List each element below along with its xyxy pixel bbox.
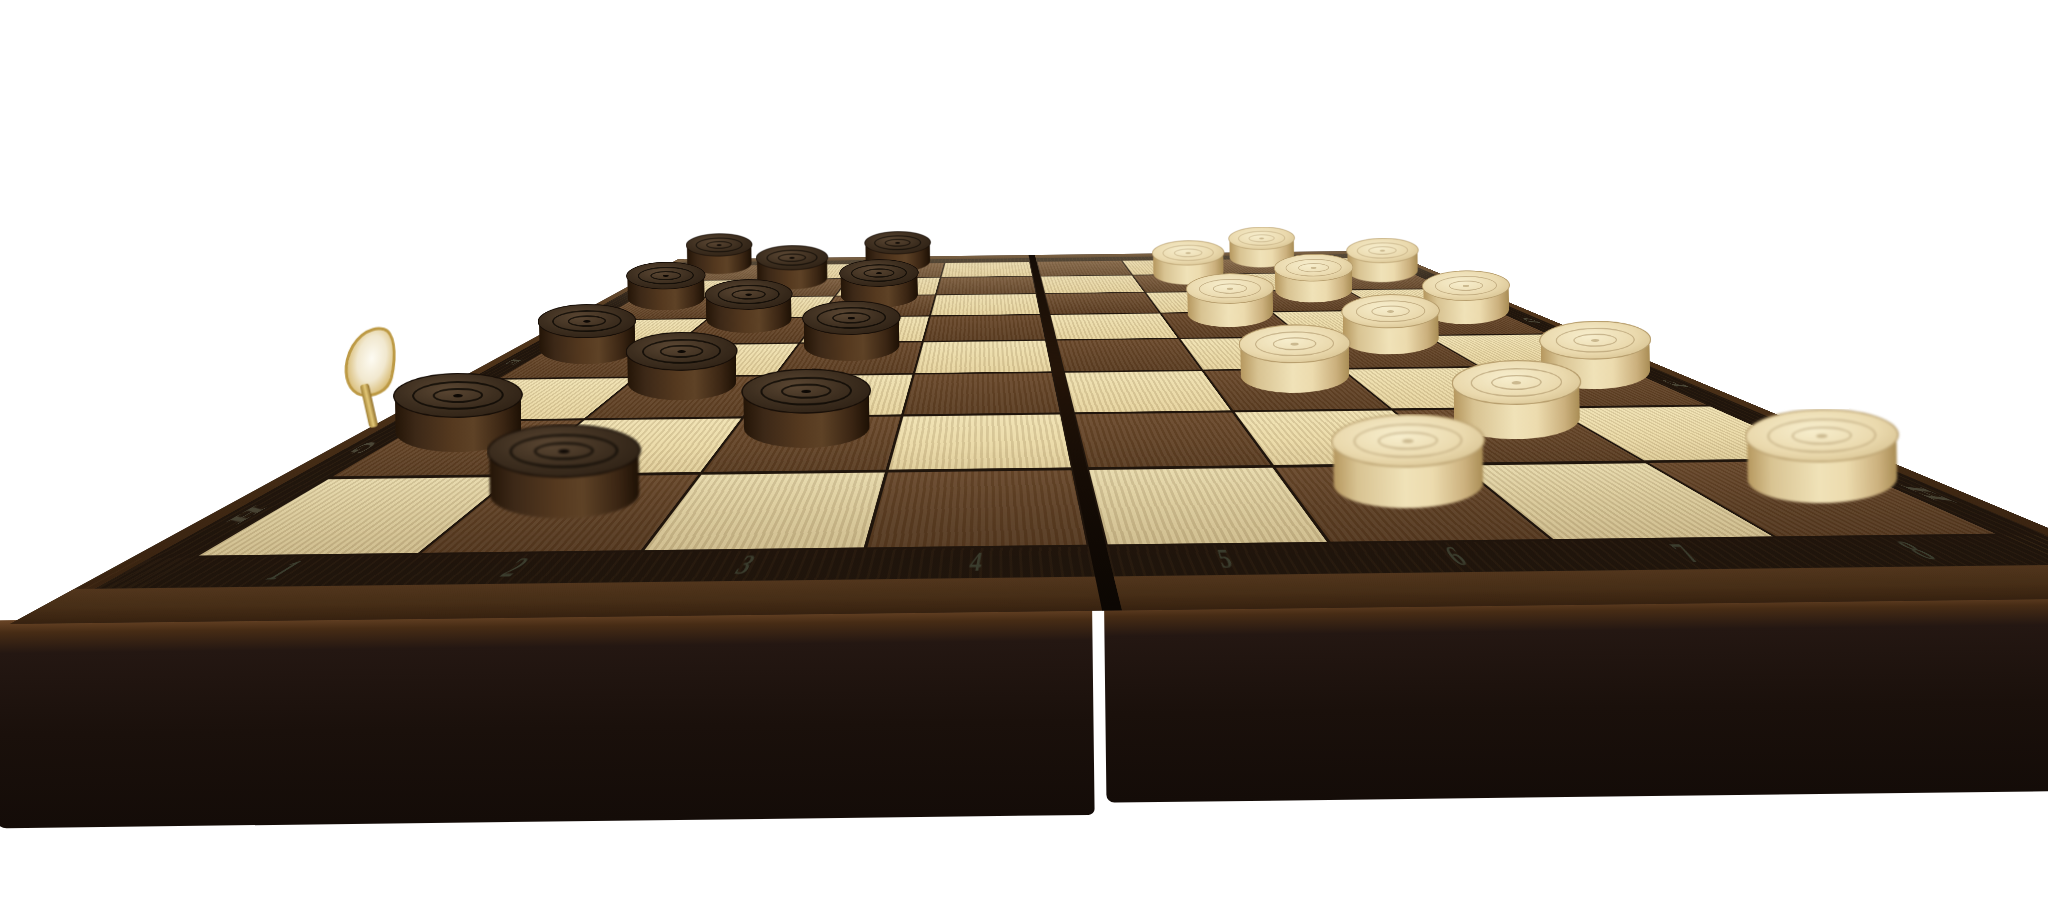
- wood-grain: [867, 470, 1086, 547]
- center-nub: [583, 320, 591, 323]
- board-square[interactable]: [1123, 260, 1224, 275]
- board-square[interactable]: [736, 279, 848, 297]
- wood-grain: [904, 373, 1060, 415]
- wood-grain: [1123, 260, 1224, 275]
- wood-grain: [777, 342, 922, 375]
- wood-grain: [1133, 274, 1244, 292]
- wood-grain: [849, 263, 944, 278]
- board-square[interactable]: [937, 277, 1036, 295]
- wood-grain: [1041, 275, 1144, 293]
- wood-grain: [937, 277, 1036, 295]
- board-square[interactable]: [820, 295, 935, 316]
- wood-grain: [1045, 293, 1159, 314]
- wood-grain: [836, 278, 940, 296]
- wood-grain: [924, 315, 1045, 341]
- wood-grain: [915, 341, 1051, 373]
- board-square[interactable]: [757, 264, 859, 279]
- board-square[interactable]: [942, 262, 1033, 277]
- board-square[interactable]: [924, 315, 1045, 341]
- center-nub: [1185, 252, 1191, 254]
- wood-grain: [820, 295, 935, 316]
- wood-grain: [736, 279, 848, 297]
- wood-grain: [745, 375, 912, 417]
- wood-grain: [801, 316, 929, 342]
- board-square[interactable]: [849, 263, 944, 278]
- board-square[interactable]: [745, 375, 912, 417]
- board-square[interactable]: [889, 414, 1071, 469]
- board-square[interactable]: [801, 316, 929, 342]
- clasp: [342, 325, 395, 426]
- board-square[interactable]: [1051, 314, 1178, 340]
- center-nub: [895, 242, 900, 244]
- board-square[interactable]: [867, 470, 1086, 547]
- center-nub: [1462, 285, 1469, 288]
- wood-grain: [1037, 261, 1131, 276]
- board-photo: AABBCCDDEEFFGGHH12345678: [0, 0, 2048, 922]
- wood-grain: [1065, 371, 1231, 412]
- center-nub: [1259, 237, 1264, 239]
- wood-grain: [931, 294, 1040, 315]
- center-nub: [1590, 339, 1599, 342]
- board-square[interactable]: [915, 341, 1051, 373]
- center-nub: [789, 257, 795, 259]
- board-square[interactable]: [931, 294, 1040, 315]
- center-nub: [1815, 434, 1827, 439]
- wood-grain: [1057, 339, 1201, 371]
- wood-grain: [757, 264, 859, 279]
- board-square[interactable]: [777, 342, 922, 375]
- board-square[interactable]: [1045, 293, 1159, 314]
- scene-tilt: AABBCCDDEEFFGGHH12345678: [0, 0, 2048, 922]
- scene: AABBCCDDEEFFGGHH12345678: [0, 0, 2048, 922]
- board-square[interactable]: [836, 278, 940, 296]
- center-nub: [716, 244, 721, 246]
- checkers-board: AABBCCDDEEFFGGHH12345678: [10, 251, 2048, 624]
- board-square[interactable]: [1037, 261, 1131, 276]
- center-nub: [663, 275, 669, 277]
- wood-grain: [942, 262, 1033, 277]
- board-square[interactable]: [1057, 339, 1201, 371]
- center-nub: [1379, 250, 1385, 252]
- board-square[interactable]: [1041, 275, 1144, 293]
- board-square[interactable]: [904, 373, 1060, 415]
- wood-grain: [889, 414, 1071, 469]
- board-square[interactable]: [1065, 371, 1231, 412]
- wood-grain: [1051, 314, 1178, 340]
- board-square[interactable]: [1133, 274, 1244, 292]
